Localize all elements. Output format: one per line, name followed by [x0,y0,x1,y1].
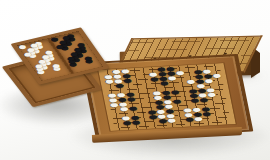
board-cell[interactable]: ● [172,99,182,104]
black-stone[interactable]: ● [115,83,125,88]
white-stone[interactable]: ● [212,73,222,78]
go-set-photo: ●●●●●●●●●●●●●●●●●●●●●●●●●●●●●●●●●●●●●●●●… [0,0,270,160]
board-cell[interactable]: ● [207,92,217,97]
board-cell[interactable]: ● [159,80,169,85]
board-cell[interactable]: ● [175,70,185,75]
board-cell[interactable]: ● [202,111,212,116]
black-stone[interactable]: ● [126,96,136,101]
board-cell[interactable]: ● [131,120,141,125]
board-cell[interactable]: ● [194,116,204,121]
board-cell[interactable]: ● [122,78,132,83]
black-stone[interactable]: ● [131,120,141,125]
black-stone[interactable]: ● [123,78,133,83]
white-stone[interactable]: ● [175,70,185,75]
black-stone[interactable]: ● [128,106,138,111]
white-stone[interactable]: ● [167,75,177,80]
board-cell[interactable]: ● [204,78,214,83]
board-cell[interactable]: ● [170,89,180,94]
board-cell[interactable]: ● [199,97,209,102]
white-stone[interactable]: ● [207,92,217,97]
black-stone[interactable]: ● [172,99,182,104]
board-cell[interactable] [221,119,231,124]
white-stone[interactable]: ● [204,78,214,83]
board-grid: ●●●●●●●●●●●●●●●●●●●●●●●●●●●●●●●●●●●●●●●●… [103,64,232,131]
board-surface: ●●●●●●●●●●●●●●●●●●●●●●●●●●●●●●●●●●●●●●●●… [97,62,237,131]
black-stone[interactable]: ● [170,89,180,94]
board-cell[interactable]: ● [167,75,177,80]
black-stone[interactable]: ● [202,111,212,116]
board-cell[interactable]: ● [167,118,177,123]
black-stone[interactable]: ● [199,97,209,102]
board-cell[interactable]: ● [128,106,138,111]
board-cell[interactable]: ● [126,96,136,101]
white-stone[interactable]: ● [167,118,177,123]
board-cell[interactable]: ● [114,83,124,88]
board-cell[interactable]: ● [212,73,222,78]
black-stone[interactable]: ● [159,80,169,85]
white-stone[interactable]: ● [194,116,204,121]
